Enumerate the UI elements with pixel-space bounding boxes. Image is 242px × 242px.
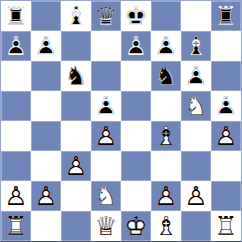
piece-black-knight[interactable]: ♞♘ (61, 61, 91, 91)
square-d4[interactable]: ♟♙ (91, 121, 121, 151)
piece-outline-glyph: ♙ (61, 151, 91, 181)
piece-white-bishop[interactable]: ♝♗ (151, 121, 181, 151)
piece-white-pawn[interactable]: ♟♙ (211, 121, 241, 151)
piece-white-king[interactable]: ♚♔ (121, 211, 151, 241)
square-f8[interactable] (151, 1, 181, 31)
square-g5[interactable]: ♞♘ (181, 91, 211, 121)
square-g6[interactable]: ♟♙ (181, 61, 211, 91)
square-e7[interactable]: ♟♙ (121, 31, 151, 61)
square-g3[interactable] (181, 151, 211, 181)
piece-outline-glyph: ♗ (61, 1, 91, 31)
square-g2[interactable]: ♟♙ (181, 181, 211, 211)
square-b7[interactable]: ♟♙ (31, 31, 61, 61)
piece-outline-glyph: ♖ (1, 1, 31, 31)
piece-white-knight[interactable]: ♞♘ (91, 181, 121, 211)
square-h5[interactable]: ♟♙ (211, 91, 241, 121)
chessboard: ♜♖♝♗♛♕♚♔♜♖♟♙♟♙♟♙♟♙♝♗♞♘♞♘♟♙♟♙♞♘♟♙♟♙♝♗♟♙♟♙… (0, 0, 242, 242)
piece-outline-glyph: ♙ (181, 61, 211, 91)
piece-outline-glyph: ♕ (91, 211, 121, 241)
chessboard-container: ♜♖♝♗♛♕♚♔♜♖♟♙♟♙♟♙♟♙♝♗♞♘♞♘♟♙♟♙♞♘♟♙♟♙♝♗♟♙♟♙… (0, 0, 242, 242)
square-f7[interactable]: ♟♙ (151, 31, 181, 61)
square-d2[interactable]: ♞♘ (91, 181, 121, 211)
piece-outline-glyph: ♙ (1, 181, 31, 211)
square-d3[interactable] (91, 151, 121, 181)
square-h6[interactable] (211, 61, 241, 91)
piece-outline-glyph: ♙ (91, 121, 121, 151)
square-a3[interactable] (1, 151, 31, 181)
piece-outline-glyph: ♕ (91, 1, 121, 31)
square-f5[interactable] (151, 91, 181, 121)
square-h8[interactable]: ♜♖ (211, 1, 241, 31)
piece-white-pawn[interactable]: ♟♙ (181, 181, 211, 211)
piece-outline-glyph: ♙ (151, 181, 181, 211)
square-a7[interactable]: ♟♙ (1, 31, 31, 61)
piece-black-queen[interactable]: ♛♕ (91, 1, 121, 31)
piece-outline-glyph: ♗ (151, 211, 181, 241)
piece-outline-glyph: ♙ (31, 181, 61, 211)
square-g8[interactable] (181, 1, 211, 31)
square-h2[interactable] (211, 181, 241, 211)
square-c1[interactable] (61, 211, 91, 241)
piece-black-pawn[interactable]: ♟♙ (181, 61, 211, 91)
square-h4[interactable]: ♟♙ (211, 121, 241, 151)
piece-outline-glyph: ♘ (151, 61, 181, 91)
piece-outline-glyph: ♙ (91, 91, 121, 121)
square-c2[interactable] (61, 181, 91, 211)
piece-black-knight[interactable]: ♞♘ (151, 61, 181, 91)
piece-outline-glyph: ♖ (1, 211, 31, 241)
square-e2[interactable] (121, 181, 151, 211)
square-c5[interactable] (61, 91, 91, 121)
piece-outline-glyph: ♗ (181, 31, 211, 61)
square-e4[interactable] (121, 121, 151, 151)
piece-white-rook[interactable]: ♜♖ (211, 211, 241, 241)
square-f2[interactable]: ♟♙ (151, 181, 181, 211)
piece-white-pawn[interactable]: ♟♙ (61, 151, 91, 181)
square-a6[interactable] (1, 61, 31, 91)
square-g7[interactable]: ♝♗ (181, 31, 211, 61)
square-d5[interactable]: ♟♙ (91, 91, 121, 121)
piece-black-bishop[interactable]: ♝♗ (181, 31, 211, 61)
square-b6[interactable] (31, 61, 61, 91)
square-f3[interactable] (151, 151, 181, 181)
square-c4[interactable] (61, 121, 91, 151)
piece-black-pawn[interactable]: ♟♙ (31, 31, 61, 61)
square-g1[interactable] (181, 211, 211, 241)
piece-white-bishop[interactable]: ♝♗ (151, 211, 181, 241)
piece-black-rook[interactable]: ♜♖ (211, 1, 241, 31)
piece-outline-glyph: ♖ (211, 1, 241, 31)
piece-black-king[interactable]: ♚♔ (121, 1, 151, 31)
piece-white-pawn[interactable]: ♟♙ (1, 181, 31, 211)
square-e3[interactable] (121, 151, 151, 181)
square-e1[interactable]: ♚♔ (121, 211, 151, 241)
square-c3[interactable]: ♟♙ (61, 151, 91, 181)
square-g4[interactable] (181, 121, 211, 151)
square-h3[interactable] (211, 151, 241, 181)
square-h7[interactable] (211, 31, 241, 61)
piece-black-rook[interactable]: ♜♖ (1, 1, 31, 31)
square-a5[interactable] (1, 91, 31, 121)
piece-black-pawn[interactable]: ♟♙ (151, 31, 181, 61)
square-a1[interactable]: ♜♖ (1, 211, 31, 241)
piece-white-knight[interactable]: ♞♘ (181, 91, 211, 121)
piece-outline-glyph: ♘ (61, 61, 91, 91)
square-f1[interactable]: ♝♗ (151, 211, 181, 241)
piece-outline-glyph: ♙ (211, 121, 241, 151)
piece-outline-glyph: ♔ (121, 1, 151, 31)
piece-white-rook[interactable]: ♜♖ (1, 211, 31, 241)
square-d6[interactable] (91, 61, 121, 91)
piece-outline-glyph: ♖ (211, 211, 241, 241)
square-e8[interactable]: ♚♔ (121, 1, 151, 31)
square-b1[interactable] (31, 211, 61, 241)
square-a8[interactable]: ♜♖ (1, 1, 31, 31)
piece-outline-glyph: ♙ (181, 181, 211, 211)
square-f6[interactable]: ♞♘ (151, 61, 181, 91)
square-d1[interactable]: ♛♕ (91, 211, 121, 241)
piece-outline-glyph: ♙ (151, 31, 181, 61)
square-c8[interactable]: ♝♗ (61, 1, 91, 31)
piece-black-pawn[interactable]: ♟♙ (121, 31, 151, 61)
square-b4[interactable] (31, 121, 61, 151)
piece-outline-glyph: ♙ (31, 31, 61, 61)
piece-black-bishop[interactable]: ♝♗ (61, 1, 91, 31)
square-f4[interactable]: ♝♗ (151, 121, 181, 151)
piece-black-pawn[interactable]: ♟♙ (91, 91, 121, 121)
piece-outline-glyph: ♙ (1, 31, 31, 61)
piece-black-pawn[interactable]: ♟♙ (1, 31, 31, 61)
square-b2[interactable]: ♟♙ (31, 181, 61, 211)
piece-outline-glyph: ♙ (121, 31, 151, 61)
piece-white-pawn[interactable]: ♟♙ (151, 181, 181, 211)
piece-outline-glyph: ♘ (181, 91, 211, 121)
square-c7[interactable] (61, 31, 91, 61)
square-d8[interactable]: ♛♕ (91, 1, 121, 31)
piece-outline-glyph: ♗ (151, 121, 181, 151)
square-b3[interactable] (31, 151, 61, 181)
piece-white-queen[interactable]: ♛♕ (91, 211, 121, 241)
square-b8[interactable] (31, 1, 61, 31)
square-e6[interactable] (121, 61, 151, 91)
piece-outline-glyph: ♘ (91, 181, 121, 211)
piece-outline-glyph: ♔ (121, 211, 151, 241)
square-a2[interactable]: ♟♙ (1, 181, 31, 211)
piece-white-pawn[interactable]: ♟♙ (91, 121, 121, 151)
piece-outline-glyph: ♙ (211, 91, 241, 121)
piece-black-pawn[interactable]: ♟♙ (211, 91, 241, 121)
square-e5[interactable] (121, 91, 151, 121)
square-d7[interactable] (91, 31, 121, 61)
square-c6[interactable]: ♞♘ (61, 61, 91, 91)
piece-white-pawn[interactable]: ♟♙ (31, 181, 61, 211)
square-h1[interactable]: ♜♖ (211, 211, 241, 241)
square-b5[interactable] (31, 91, 61, 121)
square-a4[interactable] (1, 121, 31, 151)
